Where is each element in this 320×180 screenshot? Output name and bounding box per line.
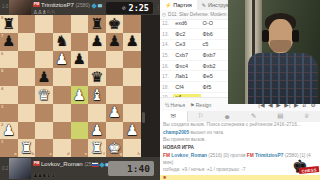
chat-message: НОВАЯ ИГРА [160, 145, 320, 153]
square-h4[interactable] [123, 86, 141, 104]
bottom-player-name[interactable]: Lovkov_Roman (2516) [41, 161, 99, 167]
square-g1[interactable]: g♚ [106, 139, 124, 157]
top-player-clock: ⊘ 2:25 [106, 2, 153, 14]
chat-message: champ2005 вышел из чата. [160, 129, 320, 137]
move-row: 13.Фc2Фb6 [160, 29, 228, 40]
move-number: 16. [160, 63, 173, 69]
screenshot: 1.0 FM TrimitziosP7 (2580) ▮▮▮ ♙♙♗♘♘ ⊘ 2… [0, 0, 320, 180]
square-a3[interactable]: 3 [0, 104, 18, 122]
square-e4[interactable]: ♟ [71, 86, 89, 104]
square-g7[interactable]: ♟ [106, 33, 124, 51]
square-d8[interactable] [53, 15, 71, 33]
chat-text: (2516) [0] против [207, 153, 247, 158]
move-number: 12. [160, 20, 173, 26]
move-white[interactable]: exd6 [173, 20, 200, 27]
square-h2[interactable]: ♟ [123, 122, 141, 140]
square-d7[interactable]: ♞ [53, 33, 71, 51]
square-h6[interactable] [123, 51, 141, 69]
square-a2[interactable]: 2♟ [0, 122, 18, 140]
move-black[interactable]: Фxb7 [201, 52, 228, 59]
square-d2[interactable] [53, 122, 71, 140]
tab-icon: ⚡ [165, 2, 171, 8]
square-d5[interactable] [53, 68, 71, 86]
headphone-left-icon [262, 30, 269, 42]
top-player-rating: (2580) [75, 2, 89, 8]
move-row: 14.Сe3c5 [160, 40, 228, 51]
square-c2[interactable] [35, 122, 53, 140]
square-c4[interactable]: ♛ [35, 86, 53, 104]
chat-text: вышел из чата. [189, 130, 224, 135]
move-row: 18.Сf4Фf5 [160, 82, 228, 93]
square-f1[interactable]: f♜ [88, 139, 106, 157]
bottom-player-bar: 0.2 FM Lovkov_Roman (2516) ▮▮▮ ♟♟♞♝♝ 1:4… [0, 157, 160, 180]
chat-tab-tournament[interactable]: ♕ [294, 111, 320, 122]
tab-партия[interactable]: ⚡Партия [160, 0, 197, 10]
square-b3[interactable] [18, 104, 36, 122]
bottom-player-captured-pieces: ♟♟♞♝♝ [33, 172, 55, 178]
chat-text: НОВАЯ ИГРА [163, 145, 194, 150]
stream-logo: ♚ CHESS [291, 158, 319, 179]
move-number: 14. [160, 41, 173, 47]
move-number: 17. [160, 73, 173, 79]
rank-label-5: 5 [1, 69, 3, 73]
black-pawn-f7[interactable]: ♟ [88, 33, 106, 51]
black-pawn-c5[interactable]: ♟ [35, 68, 53, 86]
square-e8[interactable] [71, 15, 89, 33]
white-pawn-g3[interactable]: ♟ [106, 104, 124, 122]
square-c7[interactable] [35, 33, 53, 51]
square-h5[interactable] [123, 68, 141, 86]
top-player-bar: 1.0 FM TrimitziosP7 (2580) ▮▮▮ ♙♙♗♘♘ ⊘ 2… [0, 0, 160, 15]
file-label-d: d [67, 152, 70, 156]
file-label-e: e [85, 152, 87, 156]
top-player-badges: ▮▮▮ [92, 3, 101, 8]
square-g3[interactable]: ♟ [106, 104, 124, 122]
square-h1[interactable]: h [123, 139, 141, 157]
top-player-title-badge: FM [33, 2, 40, 7]
square-d1[interactable]: d [53, 139, 71, 157]
chat-text: Вы создали вызов. Поиск соперника с рейт… [163, 122, 301, 127]
gem-icon [99, 162, 105, 168]
bottom-player-clock: 1:40 [108, 161, 154, 176]
chat-tab-players[interactable]: ☻ [214, 111, 241, 122]
square-a8[interactable]: 8♜ [0, 15, 18, 33]
move-white[interactable]: Фc2 [173, 30, 200, 37]
chat-username[interactable]: champ2005 [163, 130, 189, 135]
gem-icon [91, 3, 97, 9]
rank-label-4: 4 [1, 87, 3, 91]
site-panel: ⚡Партия✎Инструменты ◷ D11: Slav Defense:… [160, 0, 320, 180]
square-a5[interactable]: 5 [0, 68, 18, 86]
move-black[interactable]: O-O [201, 20, 228, 27]
square-c6[interactable] [35, 51, 53, 69]
square-e3[interactable] [71, 104, 89, 122]
rank-label-1: 1 [1, 140, 3, 144]
bottom-player-avatar [9, 158, 31, 179]
chat-username[interactable]: TrimitziosP7 [254, 153, 284, 158]
move-number: 18. [160, 84, 173, 90]
black-king-g8[interactable]: ♚ [106, 15, 124, 33]
chat-tab-spectators[interactable]: ⚐ [188, 111, 215, 122]
russia-flag-icon [92, 163, 98, 167]
chess-board[interactable]: 8♜♜♚7♟♞♟♟♟6♟♟5♟♛4♛♟♝3♟2♟♟♟1ab♜cdef♜g♚h [0, 15, 141, 157]
square-h8[interactable] [123, 15, 141, 33]
square-f6[interactable] [88, 51, 106, 69]
square-g6[interactable] [106, 51, 124, 69]
chat-message: Вы создали вызов. Поиск соперника с рейт… [160, 122, 320, 130]
move-white[interactable]: Лab1 [173, 73, 200, 80]
move-white[interactable]: Фxc4 [173, 62, 200, 69]
black-rook-f8[interactable]: ♜ [88, 15, 106, 33]
square-c1[interactable]: c [35, 139, 53, 157]
rank-label-6: 6 [1, 52, 3, 56]
square-c3[interactable] [35, 104, 53, 122]
chat-message: Вы приняли вызов. [160, 137, 320, 145]
square-a6[interactable]: 6 [0, 51, 18, 69]
move-black[interactable]: Фxb2 [201, 62, 228, 69]
square-e1[interactable]: e [71, 139, 89, 157]
square-f5[interactable]: ♛ [88, 68, 106, 86]
square-f3[interactable] [88, 104, 106, 122]
top-corner-score: 1.0 [2, 4, 8, 9]
resign-button[interactable]: ⚑ Resign [190, 102, 211, 108]
white-pawn-a2[interactable]: ♟ [0, 122, 18, 140]
white-queen-c4[interactable]: ♛ [35, 86, 53, 104]
move-row: 15.Сxb7Фxb7 [160, 50, 228, 61]
black-pawn-e6[interactable]: ♟ [71, 51, 89, 69]
square-h3[interactable] [123, 104, 141, 122]
streamer-beard [270, 40, 291, 52]
move-black[interactable]: Фf5 [201, 83, 228, 90]
file-label-c: c [50, 152, 52, 156]
square-e7[interactable] [71, 33, 89, 51]
white-pawn-d6[interactable]: ♟ [53, 51, 71, 69]
move-row: 17.Лab1Фe5 [160, 71, 228, 82]
white-pawn-f2[interactable]: ♟ [88, 122, 106, 140]
move-black[interactable]: Фe5 [201, 73, 228, 80]
square-c5[interactable]: ♟ [35, 68, 53, 86]
bottom-corner-score: 0.2 [2, 166, 8, 171]
white-pawn-h2[interactable]: ♟ [123, 122, 141, 140]
square-d6[interactable]: ♟ [53, 51, 71, 69]
clock-icon: ⊘ [122, 4, 126, 11]
chat-text: FM [247, 153, 254, 158]
square-f7[interactable]: ♟ [88, 33, 106, 51]
square-g8[interactable]: ♚ [106, 15, 124, 33]
move-white[interactable]: Сe3 [173, 41, 200, 48]
chat-text: победа: +9 / ничья: +1 / проигрыш: -7 [163, 167, 245, 172]
square-a7[interactable]: 7♟ [0, 33, 18, 51]
white-king-g1[interactable]: ♚ [106, 139, 124, 157]
move-number: 15. [160, 52, 173, 58]
offer-draw-button[interactable]: ½ Ничья [165, 102, 185, 108]
chat-tab-stats[interactable]: ▤ [267, 111, 294, 122]
white-rook-f1[interactable]: ♜ [88, 139, 106, 157]
square-f8[interactable]: ♜ [88, 15, 106, 33]
panel-drag-handle[interactable] [142, 112, 146, 123]
chat-tab-messages[interactable]: ✉ [160, 111, 188, 122]
file-label-h: h [137, 152, 140, 156]
chess-app-panel: 1.0 FM TrimitziosP7 (2580) ▮▮▮ ♙♙♗♘♘ ⊘ 2… [0, 0, 160, 180]
square-b6[interactable] [18, 51, 36, 69]
square-h7[interactable]: ♟ [123, 33, 141, 51]
move-black[interactable]: c5 [201, 41, 228, 48]
move-white[interactable]: Сf4 [173, 83, 200, 90]
square-b4[interactable] [18, 86, 36, 104]
square-b7[interactable] [18, 33, 36, 51]
square-b1[interactable]: b♜ [18, 139, 36, 157]
chat-text: FM [163, 153, 170, 158]
chat-username[interactable]: Lovkov_Roman [170, 153, 207, 158]
chat-tab-notes[interactable]: ✎ [241, 111, 268, 122]
tab-icon: ✎ [202, 2, 206, 8]
square-d4[interactable] [53, 86, 71, 104]
square-e5[interactable] [71, 68, 89, 86]
file-label-a: a [14, 152, 16, 156]
square-g4[interactable] [106, 86, 124, 104]
black-pawn-a7[interactable]: ♟ [0, 33, 18, 51]
move-white[interactable]: Сxb7 [173, 52, 200, 59]
black-queen-f5[interactable]: ♛ [88, 68, 106, 86]
square-e6[interactable]: ♟ [71, 51, 89, 69]
opening-book-icon: ◷ [162, 12, 166, 17]
black-pawn-h7[interactable]: ♟ [123, 33, 141, 51]
chat-text: Вы приняли вызов. [163, 137, 206, 142]
square-g2[interactable] [106, 122, 124, 140]
square-f2[interactable]: ♟ [88, 122, 106, 140]
headphone-right-icon [292, 30, 299, 42]
move-row: 16.Фxc4Фxb2 [160, 61, 228, 72]
white-bishop-f4[interactable]: ♝ [88, 86, 106, 104]
stream-logo-text: CHESS [298, 166, 319, 174]
white-pawn-e4[interactable]: ♟ [71, 86, 89, 104]
move-number: 13. [160, 31, 173, 37]
square-c8[interactable] [35, 15, 53, 33]
square-d3[interactable] [53, 104, 71, 122]
square-b8[interactable] [18, 15, 36, 33]
black-knight-d7[interactable]: ♞ [53, 33, 71, 51]
bottom-player-badges: ▮▮▮ [92, 162, 109, 167]
streamer-shirt-pattern [248, 53, 318, 104]
square-e2[interactable] [71, 122, 89, 140]
tab-label: Партия [173, 2, 192, 8]
square-b5[interactable] [18, 68, 36, 86]
top-player-name[interactable]: TrimitziosP7 (2580) [41, 2, 90, 8]
webcam-video [228, 0, 320, 104]
signal-bars-icon: ▮▮▮ [98, 3, 102, 8]
square-b2[interactable] [18, 122, 36, 140]
top-player-captured-pieces: ♙♙♗♘♘ [33, 9, 55, 15]
move-black[interactable]: Фb6 [201, 30, 228, 37]
white-rook-b1[interactable]: ♜ [18, 139, 36, 157]
square-g5[interactable] [106, 68, 124, 86]
rank-label-3: 3 [1, 105, 3, 109]
square-f4[interactable]: ♝ [88, 86, 106, 104]
black-rook-a8[interactable]: ♜ [0, 15, 18, 33]
move-list: 12.exd6O-O13.Фc2Фb614.Сe3c515.Сxb7Фxb716… [160, 19, 228, 104]
square-a4[interactable]: 4 [0, 86, 18, 104]
square-a1[interactable]: 1a [0, 139, 18, 157]
board-side-gutter [141, 15, 160, 157]
top-player-avatar [9, 0, 31, 15]
black-pawn-g7[interactable]: ♟ [106, 33, 124, 51]
move-row: 12.exd6O-O [160, 19, 228, 30]
bottom-player-title-badge: FM [33, 161, 40, 166]
